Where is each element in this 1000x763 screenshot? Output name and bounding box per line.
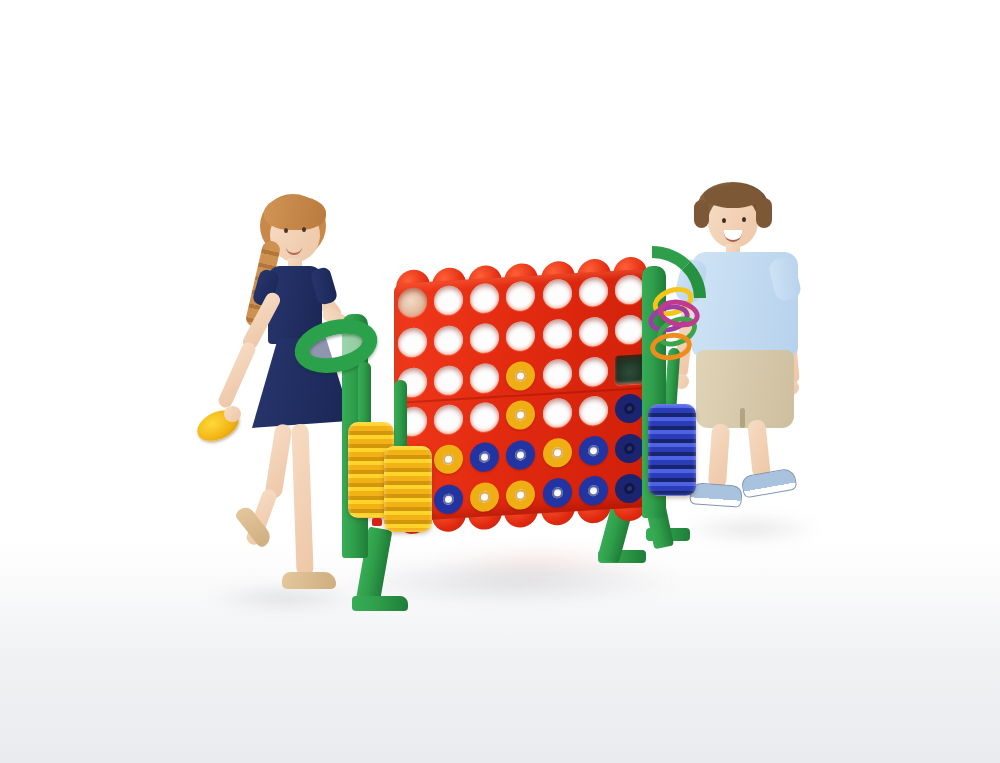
boy-eye-left xyxy=(722,218,726,223)
girl-bent-thigh xyxy=(264,423,292,499)
blue-disc xyxy=(615,433,644,464)
cell-c3-r2[interactable] xyxy=(467,317,503,359)
yellow-disc xyxy=(543,437,572,468)
empty-hole xyxy=(434,325,463,356)
yellow-disc-stack-right[interactable] xyxy=(384,446,432,532)
cell-c6-r5[interactable] xyxy=(575,430,611,472)
cell-c6-r1[interactable] xyxy=(575,271,611,313)
empty-hole xyxy=(543,318,572,349)
blue-disc xyxy=(579,475,608,506)
blue-disc xyxy=(579,435,608,466)
cell-c4-r2[interactable] xyxy=(503,315,539,357)
cell-c2-r2[interactable] xyxy=(430,319,466,361)
empty-hole xyxy=(579,356,608,387)
boy-sneaker-left xyxy=(689,482,742,508)
cell-c1-r2[interactable] xyxy=(394,322,430,364)
girl-eye-right xyxy=(302,227,306,232)
yellow-disc xyxy=(470,481,499,512)
scene xyxy=(0,0,1000,763)
cell-c5-r3[interactable] xyxy=(539,353,575,395)
empty-hole xyxy=(470,283,499,314)
empty-hole xyxy=(543,358,572,389)
empty-hole xyxy=(615,354,644,385)
blue-disc xyxy=(615,393,644,424)
cell-c2-r6[interactable] xyxy=(430,478,466,520)
cell-c5-r4[interactable] xyxy=(539,392,575,434)
empty-hole xyxy=(543,398,572,429)
empty-hole xyxy=(434,404,463,435)
boy-calf-left xyxy=(708,423,730,488)
empty-hole xyxy=(434,365,463,396)
cell-c6-r3[interactable] xyxy=(575,350,611,392)
empty-hole xyxy=(506,281,535,312)
cell-c3-r3[interactable] xyxy=(467,357,503,399)
cell-c3-r6[interactable] xyxy=(467,476,503,518)
cell-c4-r1[interactable] xyxy=(503,275,539,317)
empty-hole xyxy=(543,279,572,310)
empty-hole xyxy=(506,321,535,352)
blue-disc xyxy=(506,440,535,471)
girl-standing-leg xyxy=(291,424,313,577)
red-latch xyxy=(372,518,382,526)
cell-c2-r4[interactable] xyxy=(430,399,466,441)
left-foot xyxy=(352,596,408,611)
boy-hair-fringe xyxy=(704,186,762,208)
cell-c5-r5[interactable] xyxy=(539,432,575,474)
empty-hole xyxy=(579,396,608,427)
board-grid xyxy=(394,269,648,522)
girl-eye-left xyxy=(284,228,288,233)
cell-c3-r1[interactable] xyxy=(467,278,503,320)
cell-c4-r3[interactable] xyxy=(503,355,539,397)
boy-hair-side-right xyxy=(756,198,772,228)
boy-shorts xyxy=(696,350,794,428)
cell-c5-r2[interactable] xyxy=(539,313,575,355)
boy-shorts-seam xyxy=(740,408,745,428)
cell-c1-r1[interactable] xyxy=(394,282,430,324)
cell-c5-r1[interactable] xyxy=(539,273,575,315)
empty-hole xyxy=(398,327,427,358)
boy-hair-side-left xyxy=(694,200,709,228)
empty-hole xyxy=(470,362,499,393)
girl-hair-fringe xyxy=(264,196,326,230)
girl-right-forearm xyxy=(216,340,257,410)
blue-disc xyxy=(470,442,499,473)
girl-shoe-standing xyxy=(282,572,336,589)
empty-hole xyxy=(579,316,608,347)
empty-hole xyxy=(615,274,644,305)
empty-hole xyxy=(579,277,608,308)
empty-hole xyxy=(470,402,499,433)
yellow-disc xyxy=(434,444,463,475)
cell-c6-r4[interactable] xyxy=(575,390,611,432)
cell-c4-r6[interactable] xyxy=(503,474,539,516)
cell-c2-r3[interactable] xyxy=(430,359,466,401)
boy-calf-right xyxy=(747,419,771,479)
cell-c6-r6[interactable] xyxy=(575,469,611,511)
empty-hole xyxy=(434,285,463,316)
hole-with-face-photo xyxy=(398,287,427,318)
cell-c4-r5[interactable] xyxy=(503,434,539,476)
cell-c3-r4[interactable] xyxy=(467,397,503,439)
boy-sneaker-right xyxy=(741,467,798,498)
empty-hole xyxy=(470,323,499,354)
girl-right-hand xyxy=(224,406,241,422)
cell-c2-r1[interactable] xyxy=(430,280,466,322)
boy-eye-right xyxy=(742,217,746,222)
cell-c6-r2[interactable] xyxy=(575,311,611,353)
cell-c2-r5[interactable] xyxy=(430,438,466,480)
blue-disc-stack[interactable] xyxy=(648,404,696,496)
blue-disc xyxy=(434,484,463,515)
cell-c4-r4[interactable] xyxy=(503,394,539,436)
yellow-disc xyxy=(506,479,535,510)
yellow-disc xyxy=(506,360,535,391)
empty-hole xyxy=(615,314,644,345)
blue-disc xyxy=(543,477,572,508)
cell-c3-r5[interactable] xyxy=(467,436,503,478)
board xyxy=(394,269,648,522)
cell-c5-r6[interactable] xyxy=(539,472,575,514)
blue-disc xyxy=(615,473,644,504)
yellow-disc xyxy=(506,400,535,431)
